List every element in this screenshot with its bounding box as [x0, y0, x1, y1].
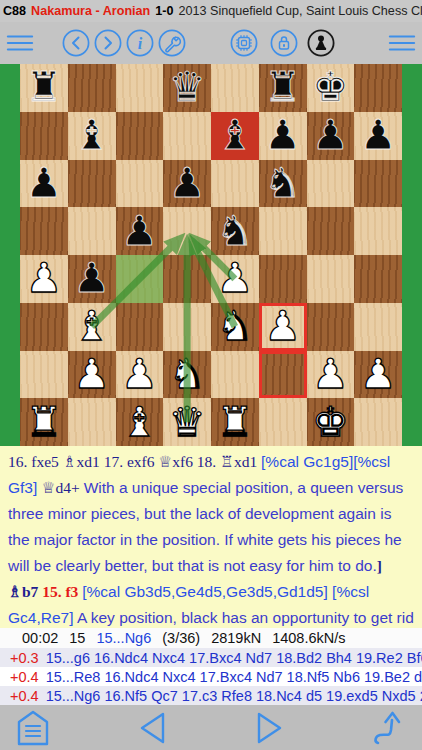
engine-progress: (3/36): [162, 630, 200, 646]
square-f6[interactable]: ♞: [259, 160, 307, 208]
menu-left-icon[interactable]: [6, 29, 34, 57]
square-g7[interactable]: ♟: [307, 112, 355, 160]
engine-line-1[interactable]: +0.315...g6 16.Ndc4 Nxc4 17.Bxc4 Nd7 18.…: [0, 648, 422, 667]
white-knight-e3[interactable]: ♞: [211, 303, 259, 351]
engine-line-moves: 15...Ng6 16.Nf5 Qc7 17.c3 Rfe8 18.Nc4 d5…: [46, 688, 422, 704]
square-d8[interactable]: ♛: [163, 64, 211, 112]
square-h4[interactable]: [354, 255, 402, 303]
annotation-text-pane[interactable]: 16. fxe5 ♗xd1 17. exf6 ♕xf6 18. ♖xd1 [%c…: [0, 446, 422, 628]
engine-cpu-icon[interactable]: [230, 29, 258, 57]
white-pawn-f3[interactable]: ♟: [259, 303, 307, 351]
wrench-icon[interactable]: [158, 29, 186, 57]
square-a5[interactable]: [20, 207, 68, 255]
back-icon[interactable]: [62, 29, 90, 57]
square-b6[interactable]: [68, 160, 116, 208]
square-c1[interactable]: ♝: [116, 398, 164, 446]
square-f8[interactable]: ♜: [259, 64, 307, 112]
square-g3[interactable]: [307, 303, 355, 351]
square-b3[interactable]: ♝: [68, 303, 116, 351]
square-b2[interactable]: ♟: [68, 351, 116, 399]
square-d1[interactable]: ♛: [163, 398, 211, 446]
black-bishop-e7[interactable]: ♝: [211, 112, 259, 160]
black-pawn-g7[interactable]: ♟: [307, 112, 355, 160]
engine-nodes: 2819kN: [211, 630, 261, 646]
square-e1[interactable]: ♜: [211, 398, 259, 446]
square-a6[interactable]: ♟: [20, 160, 68, 208]
forward-icon[interactable]: [94, 29, 122, 57]
eco-code: C88: [3, 4, 26, 18]
square-e2[interactable]: [211, 351, 259, 399]
black-pawn-c5[interactable]: ♟: [116, 207, 164, 255]
square-c4[interactable]: [116, 255, 164, 303]
white-bishop-b3[interactable]: ♝: [68, 303, 116, 351]
square-g2[interactable]: ♟: [307, 351, 355, 399]
black-queen-d8[interactable]: ♛: [163, 64, 211, 112]
black-rook-a8[interactable]: ♜: [20, 64, 68, 112]
square-a3[interactable]: [20, 303, 68, 351]
square-h3[interactable]: [354, 303, 402, 351]
square-g5[interactable]: [307, 207, 355, 255]
white-rook-a1[interactable]: ♜: [20, 398, 68, 446]
black-king-g8[interactable]: ♚: [307, 64, 355, 112]
square-c6[interactable]: [116, 160, 164, 208]
square-d2[interactable]: ♞: [163, 351, 211, 399]
annotation-segment-moves: ♕d4+: [42, 479, 84, 496]
svg-text:i: i: [138, 35, 143, 52]
engine-line-eval: +0.3: [10, 650, 39, 666]
annotation-segment-moves: 16. fxe5 ♗xd1 17. exf6 ♕xf6 18. ♖xd1: [8, 453, 261, 470]
square-b4[interactable]: ♟: [68, 255, 116, 303]
white-pawn-c2[interactable]: ♟: [116, 351, 164, 399]
square-f2[interactable]: [259, 351, 307, 399]
jump-variation-arrow-icon[interactable]: [370, 709, 408, 747]
engine-status-bar: 00:02 15 15...Ng6 (3/36) 2819kN 1408.6kN…: [0, 628, 422, 648]
event-name: 2013 Sinquefield Cup, Saint Louis Chess …: [179, 4, 422, 18]
annotation-segment-move-red: 15. f3: [42, 583, 82, 600]
square-e4[interactable]: ♟: [211, 255, 259, 303]
engine-line-2[interactable]: +0.415...Re8 16.Ndc4 Nxc4 17.Bxc4 Nd7 18…: [0, 667, 422, 686]
square-h1[interactable]: [354, 398, 402, 446]
square-f7[interactable]: ♟: [259, 112, 307, 160]
square-d3[interactable]: [163, 303, 211, 351]
black-pawn-d6[interactable]: ♟: [163, 160, 211, 208]
square-h2[interactable]: ♟: [354, 351, 402, 399]
engine-line-moves: 15...Re8 16.Ndc4 Nxc4 17.Bxc4 Nd7 18.Nf5…: [46, 669, 422, 685]
square-f1[interactable]: [259, 398, 307, 446]
side-to-move-black-pawn-icon[interactable]: [307, 29, 335, 57]
square-a2[interactable]: [20, 351, 68, 399]
square-e5[interactable]: ♞: [211, 207, 259, 255]
lock-icon[interactable]: [270, 29, 298, 57]
white-pawn-a4[interactable]: ♟: [20, 255, 68, 303]
next-move-icon[interactable]: [251, 709, 289, 747]
square-f3[interactable]: ♟: [259, 303, 307, 351]
square-a7[interactable]: [20, 112, 68, 160]
white-knight-d2[interactable]: ♞: [163, 351, 211, 399]
square-g6[interactable]: [307, 160, 355, 208]
black-knight-f6[interactable]: ♞: [259, 160, 307, 208]
engine-line-eval: +0.4: [10, 669, 39, 685]
white-queen-d1[interactable]: ♛: [163, 398, 211, 446]
engine-line-eval: +0.4: [10, 688, 39, 704]
board-background: ♜♛♜♚♝♝♟♟♟♟♟♞♟♞♟♟♟♝♞♟♟♟♞♟♟♜♝♛♜♚: [0, 64, 422, 446]
square-c3[interactable]: [116, 303, 164, 351]
engine-current-move: 15...Ng6: [96, 630, 151, 646]
white-pawn-g2[interactable]: ♟: [307, 351, 355, 399]
info-icon[interactable]: i: [126, 29, 154, 57]
white-pawn-e4[interactable]: ♟: [211, 255, 259, 303]
square-h8[interactable]: [354, 64, 402, 112]
black-knight-e5[interactable]: ♞: [211, 207, 259, 255]
title-bar: C88 Nakamura - Aronian 1-0 2013 Sinquefi…: [0, 0, 422, 22]
square-f4[interactable]: [259, 255, 307, 303]
bottom-toolbar: [0, 705, 422, 750]
square-d5[interactable]: [163, 207, 211, 255]
home-menu-icon[interactable]: [14, 709, 52, 747]
black-pawn-a6[interactable]: ♟: [20, 160, 68, 208]
previous-move-icon[interactable]: [133, 709, 171, 747]
square-a8[interactable]: ♜: [20, 64, 68, 112]
square-c5[interactable]: ♟: [116, 207, 164, 255]
square-b1[interactable]: [68, 398, 116, 446]
top-toolbar: i: [0, 22, 422, 64]
square-b5[interactable]: [68, 207, 116, 255]
square-e7[interactable]: ♝: [211, 112, 259, 160]
square-d7[interactable]: [163, 112, 211, 160]
engine-line-3[interactable]: +0.415...Ng6 16.Nf5 Qc7 17.c3 Rfe8 18.Nc…: [0, 686, 422, 705]
black-rook-f8[interactable]: ♜: [259, 64, 307, 112]
square-e8[interactable]: [211, 64, 259, 112]
engine-depth: 15: [69, 630, 85, 646]
square-h6[interactable]: [354, 160, 402, 208]
square-a4[interactable]: ♟: [20, 255, 68, 303]
square-g8[interactable]: ♚: [307, 64, 355, 112]
square-c7[interactable]: [116, 112, 164, 160]
square-b8[interactable]: [68, 64, 116, 112]
chess-board[interactable]: ♜♛♜♚♝♝♟♟♟♟♟♞♟♞♟♟♟♝♞♟♟♟♞♟♟♜♝♛♜♚: [20, 64, 402, 446]
square-d4[interactable]: [163, 255, 211, 303]
white-king-g1[interactable]: ♚: [307, 398, 355, 446]
white-pawn-b2[interactable]: ♟: [68, 351, 116, 399]
menu-right-icon[interactable]: [388, 29, 416, 57]
engine-variation-list: +0.315...g6 16.Ndc4 Nxc4 17.Bxc4 Nd7 18.…: [0, 648, 422, 705]
square-b7[interactable]: ♝: [68, 112, 116, 160]
black-bishop-b7[interactable]: ♝: [68, 112, 116, 160]
square-h7[interactable]: ♟: [354, 112, 402, 160]
engine-line-moves: 15...g6 16.Ndc4 Nxc4 17.Bxc4 Nd7 18.Bd2 …: [46, 650, 422, 666]
square-e3[interactable]: ♞: [211, 303, 259, 351]
square-c2[interactable]: ♟: [116, 351, 164, 399]
engine-speed: 1408.6kN/s: [272, 630, 345, 646]
white-pawn-h2[interactable]: ♟: [354, 351, 402, 399]
square-h5[interactable]: [354, 207, 402, 255]
black-pawn-b4[interactable]: ♟: [68, 255, 116, 303]
square-e6[interactable]: [211, 160, 259, 208]
square-a1[interactable]: ♜: [20, 398, 68, 446]
black-pawn-f7[interactable]: ♟: [259, 112, 307, 160]
square-g1[interactable]: ♚: [307, 398, 355, 446]
square-g4[interactable]: [307, 255, 355, 303]
square-f5[interactable]: [259, 207, 307, 255]
square-d6[interactable]: ♟: [163, 160, 211, 208]
engine-time: 00:02: [22, 630, 58, 646]
black-pawn-h7[interactable]: ♟: [354, 112, 402, 160]
game-result: 1-0: [155, 4, 173, 18]
players-names: Nakamura - Aronian: [31, 4, 150, 18]
white-bishop-c1[interactable]: ♝: [116, 398, 164, 446]
square-c8[interactable]: [116, 64, 164, 112]
white-rook-e1[interactable]: ♜: [211, 398, 259, 446]
